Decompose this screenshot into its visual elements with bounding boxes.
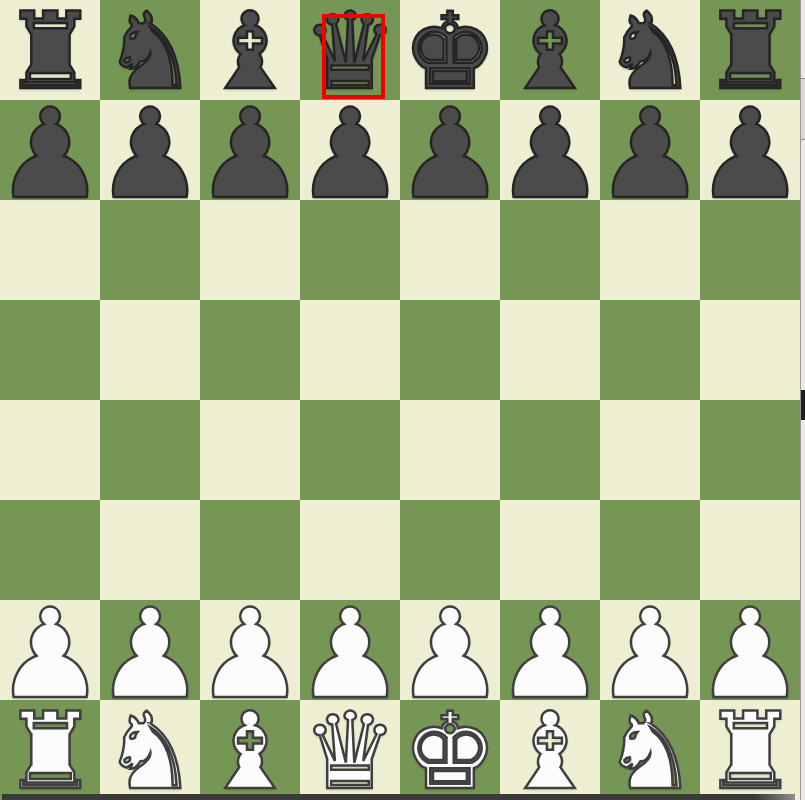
square-d7[interactable]: ♟ (300, 100, 400, 200)
square-a1[interactable]: ♜ (0, 700, 100, 800)
square-g5[interactable] (600, 300, 700, 400)
piece-white-rook[interactable]: ♜ (2, 699, 97, 800)
square-g4[interactable] (600, 400, 700, 500)
square-f2[interactable]: ♟ (500, 600, 600, 700)
square-a7[interactable]: ♟ (0, 100, 100, 200)
square-c2[interactable]: ♟ (200, 600, 300, 700)
square-b1[interactable]: ♞ (100, 700, 200, 800)
piece-white-bishop[interactable]: ♝ (502, 699, 597, 800)
square-b2[interactable]: ♟ (100, 600, 200, 700)
square-e5[interactable] (400, 300, 500, 400)
piece-black-pawn[interactable]: ♟ (94, 92, 205, 216)
square-b7[interactable]: ♟ (100, 100, 200, 200)
square-g1[interactable]: ♞ (600, 700, 700, 800)
square-c1[interactable]: ♝ (200, 700, 300, 800)
window-bottom-edge (2, 794, 795, 800)
square-b4[interactable] (100, 400, 200, 500)
square-h1[interactable]: ♜ (700, 700, 800, 800)
square-a4[interactable] (0, 400, 100, 500)
piece-black-pawn[interactable]: ♟ (294, 92, 405, 216)
piece-white-knight[interactable]: ♞ (602, 699, 697, 800)
square-f7[interactable]: ♟ (500, 100, 600, 200)
scrollbar-thumb[interactable] (801, 390, 805, 420)
piece-black-pawn[interactable]: ♟ (694, 92, 805, 216)
piece-black-pawn[interactable]: ♟ (0, 92, 106, 216)
square-f5[interactable] (500, 300, 600, 400)
square-f4[interactable] (500, 400, 600, 500)
piece-white-rook[interactable]: ♜ (702, 699, 797, 800)
scrollbar-thumb-upper[interactable] (801, 78, 805, 140)
square-g2[interactable]: ♟ (600, 600, 700, 700)
square-d5[interactable] (300, 300, 400, 400)
piece-black-pawn[interactable]: ♟ (194, 92, 305, 216)
square-a5[interactable] (0, 300, 100, 400)
square-e4[interactable] (400, 400, 500, 500)
square-c4[interactable] (200, 400, 300, 500)
square-e2[interactable]: ♟ (400, 600, 500, 700)
scrollbar-track[interactable] (800, 0, 805, 800)
square-a2[interactable]: ♟ (0, 600, 100, 700)
page: ♜♞♝♛♚♝♞♜♟♟♟♟♟♟♟♟♟♟♟♟♟♟♟♟♜♞♝♛♚♝♞♜ (0, 0, 805, 800)
piece-black-pawn[interactable]: ♟ (394, 92, 505, 216)
square-c7[interactable]: ♟ (200, 100, 300, 200)
square-d1[interactable]: ♛ (300, 700, 400, 800)
square-b5[interactable] (100, 300, 200, 400)
piece-black-pawn[interactable]: ♟ (494, 92, 605, 216)
square-h4[interactable] (700, 400, 800, 500)
square-c5[interactable] (200, 300, 300, 400)
square-h2[interactable]: ♟ (700, 600, 800, 700)
piece-white-bishop[interactable]: ♝ (202, 699, 297, 800)
chess-board: ♜♞♝♛♚♝♞♜♟♟♟♟♟♟♟♟♟♟♟♟♟♟♟♟♜♞♝♛♚♝♞♜ (0, 0, 800, 800)
piece-black-pawn[interactable]: ♟ (594, 92, 705, 216)
square-h5[interactable] (700, 300, 800, 400)
square-g7[interactable]: ♟ (600, 100, 700, 200)
square-d4[interactable] (300, 400, 400, 500)
square-h7[interactable]: ♟ (700, 100, 800, 200)
piece-white-king[interactable]: ♚ (402, 699, 497, 800)
square-f1[interactable]: ♝ (500, 700, 600, 800)
square-e7[interactable]: ♟ (400, 100, 500, 200)
piece-white-knight[interactable]: ♞ (102, 699, 197, 800)
square-e1[interactable]: ♚ (400, 700, 500, 800)
piece-white-queen[interactable]: ♛ (302, 699, 397, 800)
square-d2[interactable]: ♟ (300, 600, 400, 700)
